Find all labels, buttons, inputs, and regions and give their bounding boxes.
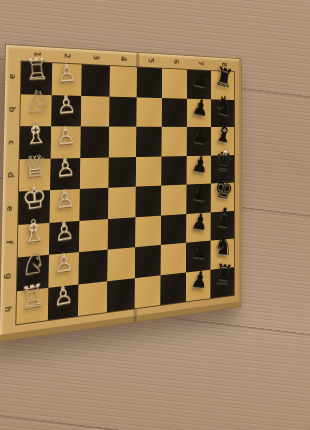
square-h5[interactable] xyxy=(134,275,161,309)
piece-white-bishop-c1[interactable]: ♗ xyxy=(19,117,52,150)
square-c4[interactable] xyxy=(108,127,135,158)
square-a6[interactable] xyxy=(162,69,187,99)
square-f6[interactable] xyxy=(161,214,186,245)
piece-white-bishop-f1[interactable]: ♗ xyxy=(17,213,50,248)
piece-black-knight-b8[interactable]: ♞ xyxy=(211,90,237,121)
piece-white-pawn-h2[interactable]: ♙ xyxy=(47,280,78,311)
black-queen-finial-dot xyxy=(224,149,227,153)
piece-white-queen-d1[interactable]: ♕ xyxy=(19,149,52,182)
piece-black-rook-a8[interactable]: ♜ xyxy=(211,63,237,94)
piece-white-knight-b1[interactable]: ♘ xyxy=(20,86,52,118)
piece-black-pawn-f7[interactable]: ♟ xyxy=(186,209,213,235)
square-d4[interactable] xyxy=(108,157,136,188)
piece-white-pawn-c2[interactable]: ♙ xyxy=(50,122,81,149)
piece-black-pawn-e7[interactable]: ♟ xyxy=(187,180,214,206)
piece-white-king-e1[interactable]: ♔ xyxy=(18,181,51,215)
square-h4[interactable] xyxy=(107,278,135,312)
square-h1[interactable]: ♖ xyxy=(16,287,48,324)
piece-black-pawn-g7[interactable]: ♟ xyxy=(186,238,213,263)
square-e6[interactable] xyxy=(161,185,186,216)
square-e3[interactable] xyxy=(79,188,108,221)
square-h7[interactable]: ♟ xyxy=(186,269,211,301)
piece-black-king-e8[interactable]: ♚ xyxy=(211,175,238,205)
square-b6[interactable] xyxy=(162,98,187,127)
board-frame: 12345678 abcdefgh ♖♙♟♜♘♙♟♞♗♙♟♝♕♙♟♛♔♙♟♚♗♙… xyxy=(0,44,242,343)
square-h8[interactable]: ♜ xyxy=(210,267,234,298)
piece-black-queen-d8[interactable]: ♛ xyxy=(211,146,237,176)
square-c3[interactable] xyxy=(80,126,109,157)
piece-white-pawn-a2[interactable]: ♙ xyxy=(51,61,82,87)
square-f4[interactable] xyxy=(107,217,135,250)
piece-black-bishop-f8[interactable]: ♝ xyxy=(210,203,237,232)
square-b4[interactable] xyxy=(109,96,136,126)
square-b3[interactable] xyxy=(81,95,110,126)
square-h3[interactable] xyxy=(78,281,107,316)
square-f3[interactable] xyxy=(79,219,108,253)
white-queen-finial-dot xyxy=(32,152,36,156)
square-d6[interactable] xyxy=(162,156,187,186)
piece-white-pawn-b2[interactable]: ♙ xyxy=(51,91,82,117)
square-g4[interactable] xyxy=(107,247,135,281)
square-g3[interactable] xyxy=(78,250,107,284)
piece-black-pawn-h7[interactable]: ♟ xyxy=(186,267,213,292)
square-b5[interactable] xyxy=(136,97,162,127)
piece-white-pawn-e2[interactable]: ♙ xyxy=(49,185,80,214)
square-g5[interactable] xyxy=(134,245,161,278)
chess-board: 12345678 abcdefgh ♖♙♟♜♘♙♟♞♗♙♟♝♕♙♟♛♔♙♟♚♗♙… xyxy=(0,44,242,343)
piece-black-pawn-a7[interactable]: ♟ xyxy=(187,66,214,93)
piece-black-pawn-c7[interactable]: ♟ xyxy=(187,122,214,149)
square-f5[interactable] xyxy=(135,215,162,247)
square-a3[interactable] xyxy=(81,65,110,97)
square-a4[interactable] xyxy=(109,66,136,97)
square-e5[interactable] xyxy=(135,186,161,217)
piece-black-rook-h8[interactable]: ♜ xyxy=(210,260,237,289)
square-h2[interactable]: ♙ xyxy=(48,284,79,320)
square-g6[interactable] xyxy=(161,243,187,275)
piece-white-rook-a1[interactable]: ♖ xyxy=(21,54,53,85)
square-d3[interactable] xyxy=(80,157,109,189)
square-d5[interactable] xyxy=(135,156,161,187)
piece-black-pawn-d7[interactable]: ♟ xyxy=(187,151,214,177)
piece-black-knight-g8[interactable]: ♞ xyxy=(210,231,237,260)
piece-white-rook-h1[interactable]: ♖ xyxy=(16,278,49,315)
piece-black-bishop-c8[interactable]: ♝ xyxy=(211,118,237,148)
piece-white-pawn-g2[interactable]: ♙ xyxy=(48,248,79,278)
square-c6[interactable] xyxy=(162,127,187,156)
square-c5[interactable] xyxy=(136,127,162,157)
square-h6[interactable] xyxy=(161,272,187,305)
piece-white-pawn-f2[interactable]: ♙ xyxy=(48,216,79,245)
chess-board-squares: ♖♙♟♜♘♙♟♞♗♙♟♝♕♙♟♛♔♙♟♚♗♙♟♝♘♙♟♞♖♙♟♜ xyxy=(15,61,235,326)
square-a5[interactable] xyxy=(136,67,162,97)
piece-white-knight-g1[interactable]: ♘ xyxy=(17,246,50,282)
square-e4[interactable] xyxy=(108,187,136,219)
piece-white-pawn-d2[interactable]: ♙ xyxy=(50,154,81,182)
